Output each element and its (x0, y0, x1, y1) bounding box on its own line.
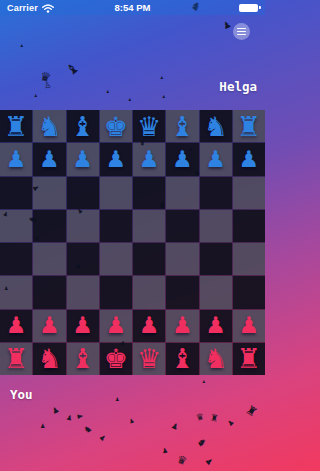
square-r5c6[interactable] (200, 276, 232, 308)
chess-app-screen: { "game": "chess", "app_accent_colors": … (0, 0, 265, 471)
square-r4c7[interactable] (233, 243, 265, 275)
red-rook[interactable]: ♜ (237, 345, 261, 372)
hamburger-menu-icon (237, 28, 246, 30)
status-time: 8:54 PM (0, 2, 265, 13)
square-r1c2[interactable]: ♟ (67, 143, 99, 175)
confetti-piece: ♞ (82, 424, 93, 436)
red-pawn[interactable]: ♟ (39, 314, 60, 337)
square-r7c3[interactable]: ♚ (100, 343, 132, 375)
confetti-piece: ♝ (63, 60, 82, 79)
square-r3c6[interactable] (200, 210, 232, 242)
blue-knight[interactable]: ♞ (204, 113, 228, 140)
square-r3c1[interactable] (33, 210, 65, 242)
red-pawn[interactable]: ♟ (205, 314, 226, 337)
confetti-piece: ♟ (34, 94, 38, 98)
red-knight[interactable]: ♞ (204, 345, 228, 372)
square-r1c4[interactable]: ♟ (133, 143, 165, 175)
confetti-piece: ♟ (65, 414, 73, 422)
square-r0c0[interactable]: ♜ (0, 110, 32, 142)
blue-pawn[interactable]: ♟ (172, 148, 193, 171)
status-bar: 8:54 PM Carrier (0, 0, 265, 15)
confetti-piece: ♟ (40, 423, 45, 429)
square-r5c1[interactable] (33, 276, 65, 308)
confetti-piece: ♟ (160, 76, 164, 80)
blue-pawn[interactable]: ♟ (6, 148, 27, 171)
square-r7c2[interactable]: ♝ (67, 343, 99, 375)
square-r7c7[interactable]: ♜ (233, 343, 265, 375)
square-r6c6[interactable]: ♟ (200, 310, 232, 342)
blue-pawn[interactable]: ♟ (72, 148, 93, 171)
blue-pawn[interactable]: ♟ (106, 148, 127, 171)
confetti-piece: ♙ (43, 81, 52, 91)
blue-rook[interactable]: ♜ (237, 113, 261, 140)
square-r7c1[interactable]: ♞ (33, 343, 65, 375)
square-r1c3[interactable]: ♟ (100, 143, 132, 175)
square-r1c7[interactable]: ♟ (233, 143, 265, 175)
square-r0c7[interactable]: ♜ (233, 110, 265, 142)
confetti-piece: ♟ (203, 457, 214, 468)
red-bishop[interactable]: ♝ (71, 345, 95, 372)
blue-pawn[interactable]: ♟ (205, 148, 226, 171)
square-r5c7[interactable] (233, 276, 265, 308)
square-r1c6[interactable]: ♟ (200, 143, 232, 175)
confetti-piece: ♛ (175, 454, 188, 468)
opponent-name-label: Helga (219, 79, 257, 94)
confetti-piece: ♟ (20, 44, 24, 48)
square-r3c7[interactable] (233, 210, 265, 242)
confetti-piece: ♛ (39, 70, 53, 84)
square-r2c7[interactable] (233, 177, 265, 209)
confetti-piece: ♛ (195, 412, 205, 423)
square-r0c2[interactable]: ♝ (67, 110, 99, 142)
confetti-piece: ♟ (128, 98, 132, 102)
confetti-piece: ♟ (115, 397, 119, 402)
confetti-piece: ♟ (226, 419, 235, 428)
red-bishop[interactable]: ♝ (170, 345, 194, 372)
square-r0c4[interactable]: ♛ (133, 110, 165, 142)
square-r4c3[interactable] (100, 243, 132, 275)
square-r4c1[interactable] (33, 243, 65, 275)
battery-icon (239, 4, 258, 12)
square-r7c4[interactable]: ♛ (133, 343, 165, 375)
square-r2c5[interactable] (166, 177, 198, 209)
square-r0c1[interactable]: ♞ (33, 110, 65, 142)
confetti-piece: ♜ (209, 413, 219, 423)
confetti-piece: ♟ (162, 95, 166, 99)
red-pawn[interactable]: ♟ (172, 314, 193, 337)
square-r5c4[interactable] (133, 276, 165, 308)
confetti-piece: ♞ (195, 437, 208, 450)
square-r0c6[interactable]: ♞ (200, 110, 232, 142)
square-r3c0[interactable] (0, 210, 32, 242)
square-r0c3[interactable]: ♚ (100, 110, 132, 142)
square-r4c6[interactable] (200, 243, 232, 275)
confetti-piece: ♟ (75, 413, 83, 420)
blue-rook[interactable]: ♜ (4, 113, 28, 140)
red-pawn[interactable]: ♟ (72, 314, 93, 337)
square-r2c3[interactable] (100, 177, 132, 209)
square-r2c1[interactable] (33, 177, 65, 209)
blue-pawn[interactable]: ♟ (139, 148, 160, 171)
player-name-label: You (10, 387, 33, 402)
blue-king[interactable]: ♚ (104, 113, 128, 140)
square-r6c3[interactable]: ♟ (100, 310, 132, 342)
square-r2c6[interactable] (200, 177, 232, 209)
blue-pawn[interactable]: ♟ (239, 148, 260, 171)
red-pawn[interactable]: ♟ (6, 314, 27, 337)
confetti-piece: ♟ (202, 380, 206, 384)
confetti-piece: ♟ (51, 406, 61, 416)
confetti-piece: ♟ (161, 448, 168, 456)
square-r3c4[interactable] (133, 210, 165, 242)
red-knight[interactable]: ♞ (37, 345, 61, 372)
square-r2c0[interactable] (0, 177, 32, 209)
red-pawn[interactable]: ♟ (106, 314, 127, 337)
square-r5c5[interactable] (166, 276, 198, 308)
square-r4c5[interactable] (166, 243, 198, 275)
square-r6c0[interactable]: ♟ (0, 310, 32, 342)
square-r4c4[interactable] (133, 243, 165, 275)
blue-knight[interactable]: ♞ (37, 113, 61, 140)
confetti-piece: ♟ (97, 434, 106, 443)
confetti-piece: ♟ (170, 422, 180, 432)
square-r1c0[interactable]: ♟ (0, 143, 32, 175)
square-r1c5[interactable]: ♟ (166, 143, 198, 175)
red-pawn[interactable]: ♟ (239, 314, 260, 337)
confetti-piece: ♟ (128, 417, 135, 424)
square-r6c4[interactable]: ♟ (133, 310, 165, 342)
hamburger-menu-button[interactable] (233, 23, 250, 40)
square-r7c5[interactable]: ♝ (166, 343, 198, 375)
confetti-piece: ♟ (106, 90, 110, 94)
blue-bishop[interactable]: ♝ (170, 113, 194, 140)
square-r5c3[interactable] (100, 276, 132, 308)
square-r4c2[interactable] (67, 243, 99, 275)
confetti-piece: ♟ (221, 20, 232, 32)
square-r2c4[interactable] (133, 177, 165, 209)
square-r4c0[interactable] (0, 243, 32, 275)
square-r3c2[interactable] (67, 210, 99, 242)
confetti-piece: ♜ (244, 403, 260, 419)
square-r3c5[interactable] (166, 210, 198, 242)
square-r3c3[interactable] (100, 210, 132, 242)
square-r1c1[interactable]: ♟ (33, 143, 65, 175)
red-rook[interactable]: ♜ (4, 345, 28, 372)
square-r0c5[interactable]: ♝ (166, 110, 198, 142)
square-r6c5[interactable]: ♟ (166, 310, 198, 342)
blue-bishop[interactable]: ♝ (71, 113, 95, 140)
square-r7c6[interactable]: ♞ (200, 343, 232, 375)
square-r7c0[interactable]: ♜ (0, 343, 32, 375)
square-r2c2[interactable] (67, 177, 99, 209)
square-r5c2[interactable] (67, 276, 99, 308)
square-r6c1[interactable]: ♟ (33, 310, 65, 342)
square-r6c2[interactable]: ♟ (67, 310, 99, 342)
square-r6c7[interactable]: ♟ (233, 310, 265, 342)
blue-pawn[interactable]: ♟ (39, 148, 60, 171)
chess-board: ♜♞♝♚♛♝♞♜♟♟♟♟♟♟♟♟♟♟♟♟♟♟♟♟♜♞♝♚♛♝♞♜ (0, 110, 265, 375)
square-r5c0[interactable] (0, 276, 32, 308)
red-queen[interactable]: ♛ (137, 345, 161, 372)
red-king[interactable]: ♚ (104, 345, 128, 372)
blue-queen[interactable]: ♛ (137, 113, 161, 140)
red-pawn[interactable]: ♟ (139, 314, 160, 337)
